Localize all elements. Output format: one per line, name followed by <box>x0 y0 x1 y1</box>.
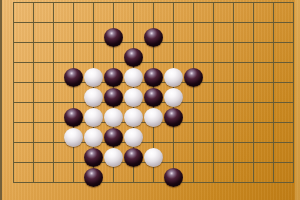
board-right-edge-highlight <box>295 0 300 200</box>
board-cell[interactable] <box>234 103 254 123</box>
white-stone <box>104 108 123 127</box>
white-stone <box>164 68 183 87</box>
board-cell[interactable] <box>54 3 74 23</box>
board-cell[interactable] <box>174 3 194 23</box>
white-stone <box>84 128 103 147</box>
white-stone <box>124 108 143 127</box>
board-cell[interactable] <box>254 63 274 83</box>
board-cell[interactable] <box>14 3 34 23</box>
board-cell[interactable] <box>34 3 54 23</box>
board-cell[interactable] <box>74 23 94 43</box>
black-stone <box>144 68 163 87</box>
black-stone <box>104 68 123 87</box>
board-cell[interactable] <box>14 83 34 103</box>
board-cell[interactable] <box>234 23 254 43</box>
board-cell[interactable] <box>214 83 234 103</box>
board-cell[interactable] <box>34 43 54 63</box>
board-cell[interactable] <box>254 123 274 143</box>
board-cell[interactable] <box>194 103 214 123</box>
gomoku-board <box>0 0 300 200</box>
board-cell[interactable] <box>74 3 94 23</box>
board-cell[interactable] <box>254 3 274 23</box>
board-cell[interactable] <box>274 143 294 163</box>
board-cell[interactable] <box>34 23 54 43</box>
board-cell[interactable] <box>234 163 254 183</box>
board-cell[interactable] <box>234 143 254 163</box>
board-cell[interactable] <box>254 163 274 183</box>
white-stone <box>84 108 103 127</box>
board-cell[interactable] <box>214 103 234 123</box>
white-stone <box>84 68 103 87</box>
board-cell[interactable] <box>14 143 34 163</box>
white-stone <box>124 88 143 107</box>
board-cell[interactable] <box>114 3 134 23</box>
board-cell[interactable] <box>214 143 234 163</box>
board-cell[interactable] <box>14 123 34 143</box>
board-cell[interactable] <box>214 23 234 43</box>
black-stone <box>84 148 103 167</box>
black-stone <box>184 68 203 87</box>
white-stone <box>124 128 143 147</box>
board-cell[interactable] <box>214 3 234 23</box>
board-cell[interactable] <box>214 63 234 83</box>
board-cell[interactable] <box>194 23 214 43</box>
board-cell[interactable] <box>14 23 34 43</box>
board-cell[interactable] <box>274 23 294 43</box>
board-cell[interactable] <box>174 23 194 43</box>
board-cell[interactable] <box>194 3 214 23</box>
black-stone <box>144 88 163 107</box>
board-cell[interactable] <box>134 3 154 23</box>
board-cell[interactable] <box>254 143 274 163</box>
black-stone <box>124 148 143 167</box>
board-cell[interactable] <box>14 63 34 83</box>
board-cell[interactable] <box>54 23 74 43</box>
board-cell[interactable] <box>194 43 214 63</box>
board-cell[interactable] <box>214 43 234 63</box>
white-stone <box>104 148 123 167</box>
board-cell[interactable] <box>234 3 254 23</box>
white-stone <box>124 68 143 87</box>
board-cell[interactable] <box>14 103 34 123</box>
board-cell[interactable] <box>194 123 214 143</box>
white-stone <box>64 128 83 147</box>
white-stone <box>84 88 103 107</box>
board-cell[interactable] <box>174 43 194 63</box>
board-cell[interactable] <box>274 83 294 103</box>
black-stone <box>164 108 183 127</box>
black-stone <box>144 28 163 47</box>
white-stone <box>144 148 163 167</box>
board-cell[interactable] <box>14 163 34 183</box>
board-cell[interactable] <box>154 3 174 23</box>
board-cell[interactable] <box>274 63 294 83</box>
board-cell[interactable] <box>34 63 54 83</box>
board-cell[interactable] <box>234 43 254 63</box>
board-left-edge-shadow <box>0 0 2 200</box>
board-cell[interactable] <box>34 103 54 123</box>
black-stone <box>104 28 123 47</box>
board-cell[interactable] <box>274 103 294 123</box>
board-cell[interactable] <box>274 43 294 63</box>
board-cell[interactable] <box>194 163 214 183</box>
black-stone <box>64 108 83 127</box>
board-cell[interactable] <box>234 63 254 83</box>
board-cell[interactable] <box>214 163 234 183</box>
board-cell[interactable] <box>34 163 54 183</box>
white-stone <box>164 88 183 107</box>
board-cell[interactable] <box>254 83 274 103</box>
board-cell[interactable] <box>254 103 274 123</box>
board-cell[interactable] <box>34 83 54 103</box>
board-cell[interactable] <box>94 3 114 23</box>
board-cell[interactable] <box>194 143 214 163</box>
board-cell[interactable] <box>254 43 274 63</box>
board-cell[interactable] <box>54 43 74 63</box>
black-stone <box>104 88 123 107</box>
board-cell[interactable] <box>214 123 234 143</box>
board-cell[interactable] <box>234 83 254 103</box>
board-cell[interactable] <box>34 123 54 143</box>
black-stone <box>104 128 123 147</box>
board-cell[interactable] <box>254 23 274 43</box>
board-cell[interactable] <box>54 163 74 183</box>
white-stone <box>144 108 163 127</box>
black-stone <box>164 168 183 187</box>
board-cell[interactable] <box>274 163 294 183</box>
board-cell[interactable] <box>274 3 294 23</box>
board-cell[interactable] <box>74 43 94 63</box>
board-cell[interactable] <box>174 143 194 163</box>
board-cell[interactable] <box>274 123 294 143</box>
board-cell[interactable] <box>14 43 34 63</box>
board-cell[interactable] <box>234 123 254 143</box>
black-stone <box>124 48 143 67</box>
black-stone <box>64 68 83 87</box>
black-stone <box>84 168 103 187</box>
board-cell[interactable] <box>34 143 54 163</box>
